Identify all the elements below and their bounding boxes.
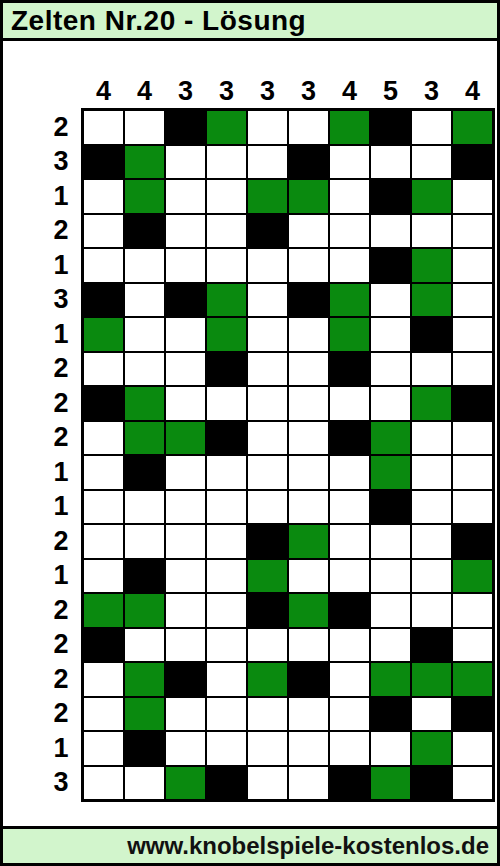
cell-empty: [329, 731, 370, 766]
cell-empty: [329, 455, 370, 490]
row-clue: 2: [41, 662, 81, 697]
cell-empty: [83, 214, 124, 249]
cell-empty: [206, 179, 247, 214]
cell-empty: [206, 145, 247, 180]
cell-empty: [165, 524, 206, 559]
cell-tree: [288, 283, 329, 318]
cell-empty: [247, 766, 288, 801]
cell-empty: [247, 731, 288, 766]
col-clue: 3: [206, 77, 247, 108]
cell-empty: [411, 352, 452, 387]
site-url: www.knobelspiele-kostenlos.de: [127, 832, 489, 860]
cell-tree: [329, 593, 370, 628]
row-clue: 3: [41, 145, 81, 180]
cell-empty: [411, 145, 452, 180]
cell-empty: [206, 248, 247, 283]
cell-tree: [124, 455, 165, 490]
cell-empty: [288, 386, 329, 421]
cell-empty: [83, 697, 124, 732]
cell-empty: [329, 490, 370, 525]
col-clue: 4: [124, 77, 165, 108]
row-clue: 2: [41, 421, 81, 456]
cell-tree: [206, 352, 247, 387]
cell-empty: [206, 490, 247, 525]
cell-empty: [452, 421, 493, 456]
tents-board: 4433334534 23121312221121222213: [41, 77, 497, 802]
page: Zelten Nr.20 - Lösung 4433334534 2312131…: [0, 0, 500, 866]
cell-empty: [288, 628, 329, 663]
cell-tent: [329, 317, 370, 352]
cell-empty: [83, 455, 124, 490]
row-clue: 2: [41, 352, 81, 387]
cell-tree: [452, 386, 493, 421]
cell-empty: [247, 352, 288, 387]
cell-empty: [83, 490, 124, 525]
cell-empty: [83, 731, 124, 766]
row-clue: 2: [41, 628, 81, 663]
cell-empty: [329, 524, 370, 559]
cell-empty: [124, 766, 165, 801]
cell-empty: [452, 731, 493, 766]
cell-empty: [83, 110, 124, 145]
cell-empty: [288, 352, 329, 387]
cell-empty: [206, 731, 247, 766]
col-clue: 4: [329, 77, 370, 108]
cell-tent: [452, 559, 493, 594]
cell-empty: [411, 214, 452, 249]
cell-empty: [83, 179, 124, 214]
row-clue: 1: [41, 731, 81, 766]
row-clue: 1: [41, 455, 81, 490]
cell-empty: [370, 386, 411, 421]
cell-tent: [247, 662, 288, 697]
cell-tree: [206, 421, 247, 456]
row-clue: 2: [41, 697, 81, 732]
cell-empty: [247, 455, 288, 490]
cell-empty: [288, 421, 329, 456]
cell-empty: [165, 145, 206, 180]
cell-empty: [411, 559, 452, 594]
cell-tree: [370, 490, 411, 525]
cell-tent: [124, 697, 165, 732]
cell-empty: [165, 352, 206, 387]
cell-empty: [329, 559, 370, 594]
col-clue: 3: [247, 77, 288, 108]
row-clue: 2: [41, 110, 81, 145]
cells-grid: [81, 108, 495, 802]
cell-empty: [370, 593, 411, 628]
cell-empty: [124, 490, 165, 525]
cell-tree: [411, 317, 452, 352]
row-clue: 2: [41, 593, 81, 628]
cell-empty: [370, 628, 411, 663]
cell-empty: [370, 145, 411, 180]
cell-tent: [288, 524, 329, 559]
cell-empty: [288, 455, 329, 490]
cell-empty: [165, 248, 206, 283]
cell-empty: [247, 421, 288, 456]
col-clue: 3: [288, 77, 329, 108]
cell-empty: [124, 248, 165, 283]
cell-tree: [83, 386, 124, 421]
cell-empty: [452, 628, 493, 663]
cell-empty: [329, 214, 370, 249]
cell-tree: [83, 145, 124, 180]
cell-empty: [165, 386, 206, 421]
cell-empty: [329, 145, 370, 180]
cell-empty: [288, 214, 329, 249]
cell-tent: [411, 662, 452, 697]
cell-empty: [124, 283, 165, 318]
cell-empty: [411, 455, 452, 490]
cell-empty: [124, 352, 165, 387]
cell-empty: [411, 490, 452, 525]
cell-empty: [452, 352, 493, 387]
cell-empty: [165, 628, 206, 663]
cell-empty: [206, 524, 247, 559]
cell-empty: [165, 559, 206, 594]
cell-empty: [370, 214, 411, 249]
cell-tree: [288, 662, 329, 697]
cell-empty: [452, 248, 493, 283]
cell-empty: [206, 593, 247, 628]
cell-empty: [247, 386, 288, 421]
cell-empty: [247, 283, 288, 318]
cell-empty: [83, 352, 124, 387]
cell-empty: [288, 317, 329, 352]
cell-tent: [370, 421, 411, 456]
cell-tent: [370, 662, 411, 697]
cell-tree: [329, 352, 370, 387]
cell-empty: [288, 490, 329, 525]
cell-tent: [452, 110, 493, 145]
puzzle-area: 4433334534 23121312221121222213: [3, 41, 497, 826]
cell-empty: [452, 283, 493, 318]
cell-empty: [206, 559, 247, 594]
row-clue: 1: [41, 559, 81, 594]
col-clue: 3: [411, 77, 452, 108]
cell-empty: [329, 628, 370, 663]
cell-tree: [247, 593, 288, 628]
cell-tent: [247, 179, 288, 214]
cell-empty: [288, 766, 329, 801]
cell-tent: [411, 179, 452, 214]
cell-tree: [370, 248, 411, 283]
cell-empty: [329, 697, 370, 732]
cell-empty: [288, 697, 329, 732]
cell-tree: [124, 731, 165, 766]
cell-tent: [247, 559, 288, 594]
cell-empty: [83, 559, 124, 594]
cell-tree: [452, 697, 493, 732]
cell-empty: [452, 766, 493, 801]
cell-tent: [329, 110, 370, 145]
col-clue: 4: [452, 77, 493, 108]
cell-tree: [206, 766, 247, 801]
cell-tent: [206, 283, 247, 318]
cell-empty: [165, 317, 206, 352]
cell-empty: [411, 110, 452, 145]
cell-tree: [370, 179, 411, 214]
cell-tent: [370, 766, 411, 801]
cell-empty: [329, 386, 370, 421]
cell-empty: [411, 524, 452, 559]
col-clue: 3: [165, 77, 206, 108]
cell-tree: [83, 628, 124, 663]
row-clue: 1: [41, 248, 81, 283]
cell-tent: [288, 179, 329, 214]
cell-tree: [411, 766, 452, 801]
cell-tent: [329, 283, 370, 318]
cell-empty: [370, 524, 411, 559]
cell-tent: [124, 386, 165, 421]
row-clue: 3: [41, 283, 81, 318]
cell-empty: [329, 179, 370, 214]
cell-empty: [83, 524, 124, 559]
col-clues: 4433334534: [41, 77, 497, 108]
cell-empty: [165, 179, 206, 214]
cell-empty: [247, 697, 288, 732]
cell-tent: [165, 421, 206, 456]
cell-empty: [206, 455, 247, 490]
cell-tent: [165, 766, 206, 801]
cell-tree: [124, 559, 165, 594]
cell-empty: [370, 731, 411, 766]
board-body: 23121312221121222213: [41, 108, 497, 802]
cell-empty: [83, 248, 124, 283]
cell-tree: [370, 110, 411, 145]
row-clue: 1: [41, 179, 81, 214]
cell-tree: [83, 283, 124, 318]
cell-empty: [247, 490, 288, 525]
row-clue: 2: [41, 524, 81, 559]
cell-empty: [206, 628, 247, 663]
cell-empty: [370, 352, 411, 387]
cell-tent: [411, 283, 452, 318]
cell-empty: [329, 662, 370, 697]
cell-empty: [165, 731, 206, 766]
cell-empty: [124, 628, 165, 663]
cell-tree: [288, 145, 329, 180]
cell-tree: [165, 110, 206, 145]
cell-empty: [288, 110, 329, 145]
footer-bar: www.knobelspiele-kostenlos.de: [3, 826, 497, 863]
cell-empty: [206, 214, 247, 249]
cell-empty: [83, 662, 124, 697]
cell-tree: [165, 662, 206, 697]
cell-tree: [452, 524, 493, 559]
cell-tree: [370, 697, 411, 732]
cell-empty: [165, 214, 206, 249]
corner-spacer: [41, 77, 83, 108]
cell-empty: [452, 214, 493, 249]
cell-tree: [329, 766, 370, 801]
cell-tent: [411, 386, 452, 421]
cell-empty: [452, 490, 493, 525]
row-clue: 3: [41, 766, 81, 801]
cell-empty: [247, 317, 288, 352]
cell-tent: [370, 455, 411, 490]
cell-empty: [165, 455, 206, 490]
row-clue: 2: [41, 214, 81, 249]
cell-tree: [247, 524, 288, 559]
title-bar: Zelten Nr.20 - Lösung: [3, 3, 497, 41]
cell-empty: [247, 628, 288, 663]
cell-tree: [165, 283, 206, 318]
cell-empty: [452, 179, 493, 214]
cell-empty: [165, 593, 206, 628]
cell-empty: [124, 524, 165, 559]
cell-empty: [83, 766, 124, 801]
cell-empty: [206, 662, 247, 697]
cell-tent: [83, 593, 124, 628]
cell-empty: [165, 490, 206, 525]
cell-empty: [206, 386, 247, 421]
cell-tent: [452, 662, 493, 697]
cell-empty: [124, 317, 165, 352]
cell-tent: [411, 248, 452, 283]
cell-empty: [288, 731, 329, 766]
cell-empty: [452, 593, 493, 628]
cell-tent: [288, 593, 329, 628]
cell-tent: [124, 179, 165, 214]
cell-empty: [247, 248, 288, 283]
cell-empty: [411, 421, 452, 456]
cell-tent: [83, 317, 124, 352]
cell-tree: [247, 214, 288, 249]
cell-empty: [370, 283, 411, 318]
col-clue: 5: [370, 77, 411, 108]
row-clues: 23121312221121222213: [41, 110, 81, 802]
cell-empty: [288, 248, 329, 283]
cell-empty: [165, 697, 206, 732]
cell-tent: [411, 731, 452, 766]
row-clue: 1: [41, 317, 81, 352]
col-clue: 4: [83, 77, 124, 108]
cell-empty: [206, 697, 247, 732]
cell-empty: [411, 593, 452, 628]
cell-tree: [329, 421, 370, 456]
cell-empty: [247, 110, 288, 145]
cell-tent: [124, 145, 165, 180]
cell-empty: [288, 559, 329, 594]
cell-tent: [206, 110, 247, 145]
page-title: Zelten Nr.20 - Lösung: [11, 5, 306, 37]
cell-tent: [124, 593, 165, 628]
cell-empty: [452, 455, 493, 490]
cell-empty: [247, 145, 288, 180]
cell-empty: [370, 317, 411, 352]
cell-empty: [124, 110, 165, 145]
row-clue: 1: [41, 490, 81, 525]
row-clue: 2: [41, 386, 81, 421]
cell-empty: [83, 421, 124, 456]
cell-tent: [124, 662, 165, 697]
cell-empty: [329, 248, 370, 283]
cell-tree: [452, 145, 493, 180]
cell-empty: [370, 559, 411, 594]
cell-tent: [124, 421, 165, 456]
cell-empty: [411, 697, 452, 732]
cell-tree: [411, 628, 452, 663]
cell-tree: [124, 214, 165, 249]
cell-tent: [206, 317, 247, 352]
cell-empty: [452, 317, 493, 352]
